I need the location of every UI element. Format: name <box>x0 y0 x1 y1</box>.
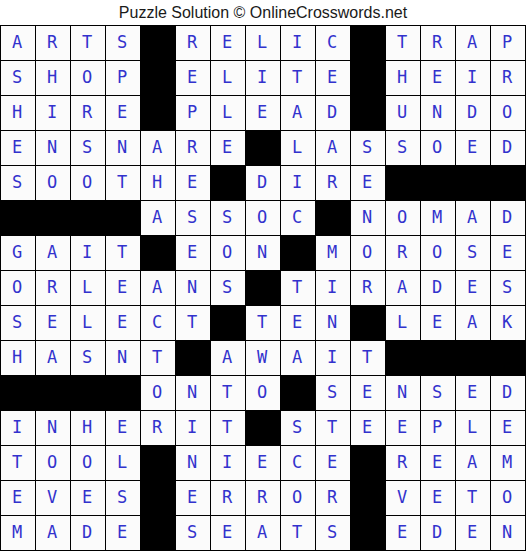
block-cell <box>141 61 175 95</box>
cell-letter: C <box>327 34 337 51</box>
cell-letter: N <box>502 524 512 541</box>
cell-letter: E <box>187 174 197 191</box>
cell-letter: E <box>117 104 127 121</box>
cell-letter: H <box>82 419 92 436</box>
letter-cell: T <box>246 306 280 340</box>
letter-cell: A <box>316 131 350 165</box>
letter-cell: E <box>281 306 315 340</box>
cell-letter: G <box>12 244 22 261</box>
block-cell <box>421 166 455 200</box>
crossword-solution-page: Puzzle Solution © OnlineCrosswords.net A… <box>0 0 526 551</box>
letter-cell: N <box>421 96 455 130</box>
letter-cell: A <box>141 201 175 235</box>
cell-letter: E <box>257 454 267 471</box>
block-cell <box>141 446 175 480</box>
letter-cell: T <box>281 271 315 305</box>
block-cell <box>106 376 140 410</box>
letter-cell: A <box>141 131 175 165</box>
block-cell <box>456 341 490 375</box>
letter-cell: E <box>176 481 210 515</box>
cell-letter: S <box>222 279 232 296</box>
letter-cell: S <box>106 26 140 60</box>
block-cell <box>281 376 315 410</box>
cell-letter: N <box>117 139 127 156</box>
cell-letter: E <box>12 139 22 156</box>
cell-letter: O <box>362 244 372 261</box>
letter-cell: I <box>281 166 315 200</box>
letter-cell: E <box>316 61 350 95</box>
cell-letter: E <box>467 139 477 156</box>
letter-cell: T <box>351 341 385 375</box>
cell-letter: O <box>432 139 442 156</box>
cell-letter: O <box>12 279 22 296</box>
cell-letter: O <box>47 174 57 191</box>
letter-cell: M <box>1 516 35 550</box>
letter-cell: S <box>386 131 420 165</box>
letter-cell: E <box>106 96 140 130</box>
cell-letter: N <box>257 244 267 261</box>
letter-cell: L <box>246 26 280 60</box>
cell-letter: R <box>222 489 232 506</box>
block-cell <box>351 306 385 340</box>
letter-cell: S <box>421 376 455 410</box>
cell-letter: N <box>187 454 197 471</box>
cell-letter: E <box>257 104 267 121</box>
cell-letter: S <box>187 209 197 226</box>
cell-letter: A <box>327 139 337 156</box>
block-cell <box>106 201 140 235</box>
letter-cell: S <box>71 131 105 165</box>
letter-cell: P <box>491 26 525 60</box>
cell-letter: O <box>432 244 442 261</box>
cell-letter: I <box>222 454 232 471</box>
letter-cell: O <box>211 236 245 270</box>
cell-letter: N <box>397 384 407 401</box>
letter-cell: G <box>1 236 35 270</box>
letter-cell: N <box>351 201 385 235</box>
block-cell <box>246 271 280 305</box>
cell-letter: S <box>12 174 22 191</box>
letter-cell: D <box>421 271 455 305</box>
letter-cell: E <box>351 166 385 200</box>
letter-cell: N <box>246 236 280 270</box>
letter-cell: I <box>281 26 315 60</box>
cell-letter: T <box>292 524 302 541</box>
block-cell <box>211 166 245 200</box>
letter-cell: E <box>386 411 420 445</box>
letter-cell: L <box>106 446 140 480</box>
letter-cell: A <box>36 516 70 550</box>
cell-letter: T <box>292 279 302 296</box>
letter-cell: E <box>106 516 140 550</box>
letter-cell: D <box>421 516 455 550</box>
block-cell <box>351 96 385 130</box>
cell-letter: E <box>467 279 477 296</box>
cell-letter: E <box>117 524 127 541</box>
letter-cell: D <box>491 376 525 410</box>
cell-letter: R <box>47 34 57 51</box>
letter-cell: S <box>456 236 490 270</box>
letter-cell: U <box>386 96 420 130</box>
letter-cell: T <box>106 166 140 200</box>
letter-cell: A <box>456 201 490 235</box>
letter-cell: S <box>281 411 315 445</box>
letter-cell: A <box>141 271 175 305</box>
letter-cell: E <box>456 271 490 305</box>
letter-cell: H <box>71 411 105 445</box>
letter-cell: A <box>36 341 70 375</box>
cell-letter: S <box>12 314 22 331</box>
cell-letter: N <box>432 104 442 121</box>
cell-letter: O <box>397 209 407 226</box>
letter-cell: O <box>491 96 525 130</box>
letter-cell: R <box>351 271 385 305</box>
letter-cell: E <box>211 516 245 550</box>
cell-letter: E <box>187 244 197 261</box>
letter-cell: I <box>456 61 490 95</box>
letter-cell: E <box>211 131 245 165</box>
letter-cell: C <box>281 446 315 480</box>
letter-cell: S <box>491 271 525 305</box>
letter-cell: S <box>211 201 245 235</box>
cell-letter: A <box>257 524 267 541</box>
letter-cell: S <box>176 516 210 550</box>
cell-letter: D <box>327 104 337 121</box>
cell-letter: N <box>187 279 197 296</box>
cell-letter: D <box>432 279 442 296</box>
cell-letter: E <box>222 139 232 156</box>
letter-cell: E <box>421 446 455 480</box>
cell-letter: R <box>257 489 267 506</box>
letter-cell: T <box>176 306 210 340</box>
cell-letter: C <box>292 454 302 471</box>
cell-letter: T <box>117 174 127 191</box>
letter-cell: V <box>386 481 420 515</box>
letter-cell: N <box>176 446 210 480</box>
cell-letter: P <box>117 69 127 86</box>
letter-cell: D <box>491 201 525 235</box>
cell-letter: H <box>397 69 407 86</box>
cell-letter: O <box>502 489 512 506</box>
cell-letter: L <box>82 314 92 331</box>
letter-cell: E <box>351 411 385 445</box>
letter-cell: N <box>316 306 350 340</box>
letter-cell: E <box>456 376 490 410</box>
letter-cell: W <box>246 341 280 375</box>
letter-cell: D <box>71 516 105 550</box>
cell-letter: S <box>222 209 232 226</box>
block-cell <box>246 411 280 445</box>
cell-letter: A <box>397 279 407 296</box>
letter-cell: A <box>456 26 490 60</box>
letter-cell: S <box>316 376 350 410</box>
cell-letter: O <box>47 454 57 471</box>
letter-cell: E <box>351 376 385 410</box>
letter-cell: T <box>106 236 140 270</box>
letter-cell: O <box>36 166 70 200</box>
cell-letter: R <box>502 69 512 86</box>
cell-letter: O <box>82 454 92 471</box>
cell-letter: P <box>432 419 442 436</box>
letter-cell: O <box>246 376 280 410</box>
letter-cell: O <box>141 376 175 410</box>
cell-letter: R <box>187 139 197 156</box>
cell-letter: E <box>502 244 512 261</box>
cell-letter: E <box>47 314 57 331</box>
cell-letter: E <box>467 384 477 401</box>
cell-letter: T <box>117 244 127 261</box>
cell-letter: R <box>362 279 372 296</box>
cell-letter: O <box>257 384 267 401</box>
letter-cell: P <box>106 61 140 95</box>
cell-letter: A <box>47 349 57 366</box>
letter-cell: H <box>386 61 420 95</box>
letter-cell: N <box>36 411 70 445</box>
cell-letter: E <box>117 314 127 331</box>
cell-letter: R <box>47 279 57 296</box>
letter-cell: R <box>316 481 350 515</box>
cell-letter: N <box>117 349 127 366</box>
cell-letter: O <box>222 244 232 261</box>
block-cell <box>36 376 70 410</box>
cell-letter: S <box>187 524 197 541</box>
letter-cell: P <box>421 411 455 445</box>
letter-cell: O <box>36 446 70 480</box>
letter-cell: D <box>246 166 280 200</box>
letter-cell: S <box>211 271 245 305</box>
cell-letter: E <box>467 524 477 541</box>
letter-cell: H <box>1 341 35 375</box>
cell-letter: T <box>152 349 162 366</box>
cell-letter: P <box>187 104 197 121</box>
cell-letter: I <box>12 419 22 436</box>
letter-cell: O <box>351 236 385 270</box>
cell-letter: E <box>222 524 232 541</box>
letter-cell: E <box>421 61 455 95</box>
cell-letter: I <box>327 279 337 296</box>
cell-letter: P <box>502 34 512 51</box>
cell-letter: T <box>292 69 302 86</box>
cell-letter: L <box>117 454 127 471</box>
letter-cell: R <box>491 61 525 95</box>
cell-letter: T <box>82 34 92 51</box>
cell-letter: I <box>187 419 197 436</box>
cell-letter: E <box>397 524 407 541</box>
cell-letter: O <box>257 209 267 226</box>
letter-cell: E <box>71 481 105 515</box>
letter-cell: R <box>246 481 280 515</box>
cell-letter: T <box>467 489 477 506</box>
letter-cell: H <box>1 96 35 130</box>
letter-cell: V <box>36 481 70 515</box>
cell-letter: S <box>12 69 22 86</box>
cell-letter: E <box>187 69 197 86</box>
cell-letter: E <box>432 314 442 331</box>
letter-cell: I <box>176 411 210 445</box>
letter-cell: O <box>71 166 105 200</box>
letter-cell: D <box>456 96 490 130</box>
cell-letter: N <box>327 314 337 331</box>
cell-letter: M <box>327 244 337 261</box>
cell-letter: R <box>82 104 92 121</box>
cell-letter: A <box>467 209 477 226</box>
cell-letter: E <box>432 454 442 471</box>
block-cell <box>351 26 385 60</box>
cell-letter: I <box>467 69 477 86</box>
cell-letter: L <box>257 34 267 51</box>
cell-letter: L <box>82 279 92 296</box>
cell-letter: S <box>82 139 92 156</box>
cell-letter: R <box>327 489 337 506</box>
letter-cell: A <box>386 271 420 305</box>
letter-cell: T <box>281 516 315 550</box>
cell-letter: S <box>432 384 442 401</box>
letter-cell: R <box>36 26 70 60</box>
letter-cell: R <box>386 236 420 270</box>
cell-letter: L <box>397 314 407 331</box>
cell-letter: A <box>467 314 477 331</box>
block-cell <box>71 201 105 235</box>
block-cell <box>421 341 455 375</box>
cell-letter: L <box>222 69 232 86</box>
cell-letter: L <box>292 139 302 156</box>
letter-cell: E <box>421 481 455 515</box>
cell-letter: S <box>327 384 337 401</box>
cell-letter: L <box>222 104 232 121</box>
block-cell <box>246 131 280 165</box>
cell-letter: A <box>467 454 477 471</box>
block-cell <box>316 201 350 235</box>
block-cell <box>351 446 385 480</box>
letter-cell: C <box>141 306 175 340</box>
letter-cell: I <box>71 236 105 270</box>
letter-cell: H <box>36 61 70 95</box>
letter-cell: E <box>246 96 280 130</box>
cell-letter: S <box>117 489 127 506</box>
letter-cell: R <box>386 446 420 480</box>
letter-cell: I <box>316 341 350 375</box>
letter-cell: R <box>176 26 210 60</box>
letter-cell: N <box>106 341 140 375</box>
cell-letter: R <box>397 244 407 261</box>
cell-letter: R <box>152 419 162 436</box>
letter-cell: N <box>491 516 525 550</box>
block-cell <box>1 376 35 410</box>
letter-cell: E <box>176 236 210 270</box>
letter-cell: T <box>211 376 245 410</box>
letter-cell: O <box>421 236 455 270</box>
block-cell <box>141 516 175 550</box>
letter-cell: O <box>246 201 280 235</box>
cell-letter: M <box>12 524 22 541</box>
cell-letter: O <box>292 489 302 506</box>
cell-letter: R <box>327 174 337 191</box>
page-title: Puzzle Solution © OnlineCrosswords.net <box>0 0 526 25</box>
letter-cell: I <box>211 446 245 480</box>
letter-cell: C <box>281 201 315 235</box>
cell-letter: V <box>397 489 407 506</box>
letter-cell: T <box>456 481 490 515</box>
letter-cell: C <box>316 26 350 60</box>
letter-cell: R <box>36 271 70 305</box>
letter-cell: E <box>491 236 525 270</box>
letter-cell: I <box>246 61 280 95</box>
cell-letter: T <box>222 419 232 436</box>
block-cell <box>456 166 490 200</box>
block-cell <box>386 341 420 375</box>
cell-letter: W <box>257 349 267 366</box>
cell-letter: S <box>502 279 512 296</box>
cell-letter: A <box>467 34 477 51</box>
cell-letter: K <box>502 314 512 331</box>
letter-cell: D <box>491 131 525 165</box>
block-cell <box>211 306 245 340</box>
cell-letter: H <box>12 349 22 366</box>
letter-cell: E <box>386 516 420 550</box>
cell-letter: N <box>187 384 197 401</box>
block-cell <box>281 236 315 270</box>
letter-cell: E <box>316 446 350 480</box>
letter-cell: D <box>316 96 350 130</box>
cell-letter: E <box>362 419 372 436</box>
block-cell <box>141 26 175 60</box>
letter-cell: R <box>421 26 455 60</box>
letter-cell: S <box>351 131 385 165</box>
cell-letter: A <box>152 139 162 156</box>
cell-letter: I <box>292 34 302 51</box>
letter-cell: A <box>246 516 280 550</box>
letter-cell: R <box>71 96 105 130</box>
letter-cell: I <box>36 96 70 130</box>
cell-letter: L <box>467 419 477 436</box>
cell-letter: V <box>47 489 57 506</box>
cell-letter: T <box>222 384 232 401</box>
block-cell <box>491 166 525 200</box>
letter-cell: E <box>421 306 455 340</box>
cell-letter: N <box>362 209 372 226</box>
block-cell <box>1 201 35 235</box>
letter-cell: K <box>491 306 525 340</box>
cell-letter: H <box>152 174 162 191</box>
cell-letter: O <box>82 69 92 86</box>
cell-letter: E <box>397 419 407 436</box>
cell-letter: T <box>12 454 22 471</box>
cell-letter: E <box>117 279 127 296</box>
cell-letter: D <box>432 524 442 541</box>
letter-cell: T <box>316 411 350 445</box>
letter-cell: M <box>316 236 350 270</box>
letter-cell: L <box>71 271 105 305</box>
letter-cell: E <box>456 131 490 165</box>
letter-cell: E <box>1 131 35 165</box>
cell-letter: A <box>292 104 302 121</box>
cell-letter: N <box>47 139 57 156</box>
cell-letter: E <box>222 34 232 51</box>
cell-letter: S <box>362 139 372 156</box>
cell-letter: R <box>432 34 442 51</box>
letter-cell: N <box>176 376 210 410</box>
letter-cell: E <box>456 516 490 550</box>
letter-cell: N <box>176 271 210 305</box>
letter-cell: O <box>71 446 105 480</box>
letter-cell: N <box>106 131 140 165</box>
cell-letter: E <box>432 489 442 506</box>
letter-cell: L <box>211 61 245 95</box>
cell-letter: E <box>327 454 337 471</box>
cell-letter: R <box>187 34 197 51</box>
letter-cell: L <box>281 131 315 165</box>
cell-letter: A <box>152 209 162 226</box>
